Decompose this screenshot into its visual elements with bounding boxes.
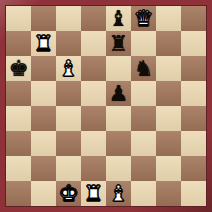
square-b6[interactable] bbox=[31, 56, 56, 81]
square-h4[interactable] bbox=[181, 106, 206, 131]
piece-black-bishop[interactable]: ♝ bbox=[109, 6, 129, 31]
square-f5[interactable] bbox=[131, 81, 156, 106]
square-h6[interactable] bbox=[181, 56, 206, 81]
square-f8[interactable]: ♛ bbox=[131, 6, 156, 31]
piece-white-bishop[interactable]: ♝ bbox=[109, 181, 129, 206]
chess-board: ♝♛♜♜♚♝♞♟♚♜♝ bbox=[5, 5, 207, 207]
square-f7[interactable] bbox=[131, 31, 156, 56]
square-e7[interactable]: ♜ bbox=[106, 31, 131, 56]
square-e1[interactable]: ♝ bbox=[106, 181, 131, 206]
square-g8[interactable] bbox=[156, 6, 181, 31]
square-a3[interactable] bbox=[6, 131, 31, 156]
square-e5[interactable]: ♟ bbox=[106, 81, 131, 106]
square-g1[interactable] bbox=[156, 181, 181, 206]
square-d5[interactable] bbox=[81, 81, 106, 106]
square-c2[interactable] bbox=[56, 156, 81, 181]
square-c8[interactable] bbox=[56, 6, 81, 31]
square-g3[interactable] bbox=[156, 131, 181, 156]
piece-white-queen[interactable]: ♛ bbox=[134, 6, 154, 31]
square-h5[interactable] bbox=[181, 81, 206, 106]
square-d4[interactable] bbox=[81, 106, 106, 131]
square-d2[interactable] bbox=[81, 156, 106, 181]
piece-black-pawn[interactable]: ♟ bbox=[109, 81, 129, 106]
square-f1[interactable] bbox=[131, 181, 156, 206]
piece-black-rook[interactable]: ♜ bbox=[109, 31, 129, 56]
square-a1[interactable] bbox=[6, 181, 31, 206]
square-a6[interactable]: ♚ bbox=[6, 56, 31, 81]
square-h8[interactable] bbox=[181, 6, 206, 31]
square-e8[interactable]: ♝ bbox=[106, 6, 131, 31]
square-a5[interactable] bbox=[6, 81, 31, 106]
piece-white-rook[interactable]: ♜ bbox=[34, 31, 54, 56]
square-c5[interactable] bbox=[56, 81, 81, 106]
square-a2[interactable] bbox=[6, 156, 31, 181]
square-h7[interactable] bbox=[181, 31, 206, 56]
square-d7[interactable] bbox=[81, 31, 106, 56]
square-c6[interactable]: ♝ bbox=[56, 56, 81, 81]
piece-white-rook[interactable]: ♜ bbox=[84, 181, 104, 206]
square-f2[interactable] bbox=[131, 156, 156, 181]
square-b2[interactable] bbox=[31, 156, 56, 181]
square-h2[interactable] bbox=[181, 156, 206, 181]
square-e3[interactable] bbox=[106, 131, 131, 156]
square-h1[interactable] bbox=[181, 181, 206, 206]
square-e4[interactable] bbox=[106, 106, 131, 131]
square-f3[interactable] bbox=[131, 131, 156, 156]
square-g7[interactable] bbox=[156, 31, 181, 56]
square-b3[interactable] bbox=[31, 131, 56, 156]
square-a8[interactable] bbox=[6, 6, 31, 31]
square-d8[interactable] bbox=[81, 6, 106, 31]
piece-white-bishop[interactable]: ♝ bbox=[59, 56, 79, 81]
piece-white-king[interactable]: ♚ bbox=[59, 181, 79, 206]
square-f6[interactable]: ♞ bbox=[131, 56, 156, 81]
square-g5[interactable] bbox=[156, 81, 181, 106]
square-e6[interactable] bbox=[106, 56, 131, 81]
square-b8[interactable] bbox=[31, 6, 56, 31]
square-h3[interactable] bbox=[181, 131, 206, 156]
square-f4[interactable] bbox=[131, 106, 156, 131]
square-e2[interactable] bbox=[106, 156, 131, 181]
square-a7[interactable] bbox=[6, 31, 31, 56]
square-d1[interactable]: ♜ bbox=[81, 181, 106, 206]
square-b7[interactable]: ♜ bbox=[31, 31, 56, 56]
square-g2[interactable] bbox=[156, 156, 181, 181]
square-c4[interactable] bbox=[56, 106, 81, 131]
square-c3[interactable] bbox=[56, 131, 81, 156]
board-frame: ♝♛♜♜♚♝♞♟♚♜♝ bbox=[0, 0, 212, 212]
square-c7[interactable] bbox=[56, 31, 81, 56]
square-b4[interactable] bbox=[31, 106, 56, 131]
piece-black-king[interactable]: ♚ bbox=[9, 56, 29, 81]
piece-black-knight[interactable]: ♞ bbox=[134, 56, 154, 81]
square-d3[interactable] bbox=[81, 131, 106, 156]
square-g6[interactable] bbox=[156, 56, 181, 81]
square-g4[interactable] bbox=[156, 106, 181, 131]
square-d6[interactable] bbox=[81, 56, 106, 81]
square-c1[interactable]: ♚ bbox=[56, 181, 81, 206]
square-b1[interactable] bbox=[31, 181, 56, 206]
square-a4[interactable] bbox=[6, 106, 31, 131]
square-b5[interactable] bbox=[31, 81, 56, 106]
